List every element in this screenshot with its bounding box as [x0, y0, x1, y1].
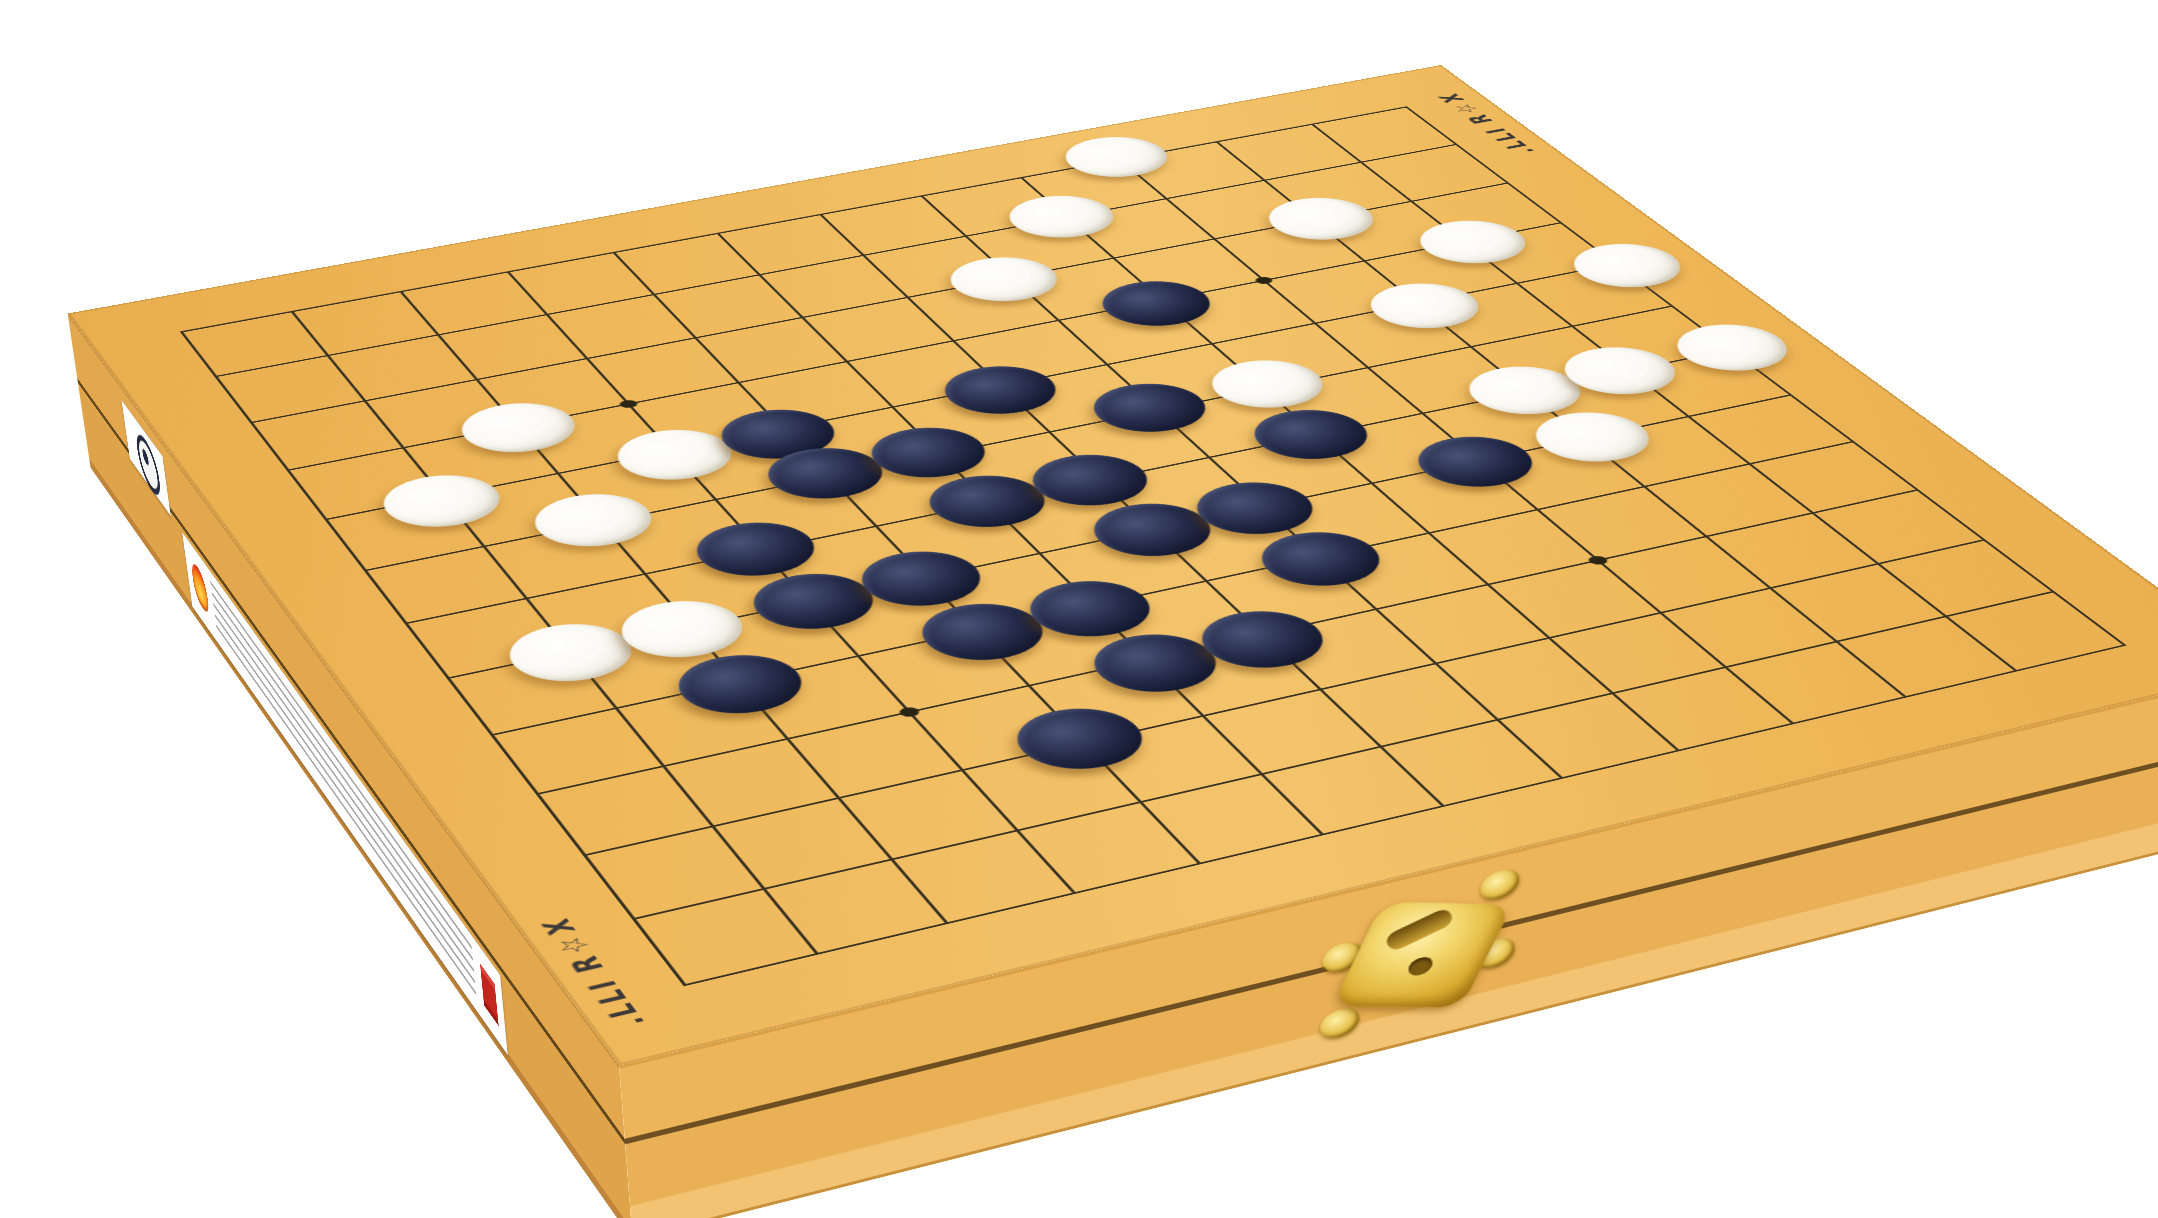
white-stone[interactable]	[1555, 237, 1699, 294]
white-stone[interactable]	[1516, 405, 1669, 470]
black-stone[interactable]	[1178, 474, 1332, 542]
grid-line	[716, 233, 1325, 836]
black-stone[interactable]	[680, 514, 832, 584]
go-grid	[68, 65, 1441, 314]
white-stone[interactable]	[369, 467, 516, 535]
clasp-rosette	[1320, 1005, 1360, 1042]
white-stone[interactable]	[605, 592, 761, 666]
grid-line	[1310, 124, 2018, 672]
black-stone[interactable]	[1011, 572, 1169, 645]
grid-line	[506, 271, 1076, 894]
product-photo-stage: .LLI R☆X .LLI R☆X	[0, 0, 2158, 1218]
white-stone[interactable]	[1352, 276, 1497, 335]
grid-line	[490, 441, 1855, 736]
black-stone[interactable]	[1076, 376, 1224, 440]
star-point	[1585, 555, 1610, 566]
white-stone[interactable]	[1402, 214, 1544, 270]
white-stone[interactable]	[934, 250, 1074, 308]
grid-line	[214, 144, 1458, 378]
flame-logo-icon	[190, 556, 210, 618]
black-stone[interactable]	[998, 699, 1163, 779]
grid-line	[535, 489, 1919, 795]
star-point	[897, 706, 923, 718]
white-stone[interactable]	[1658, 317, 1808, 378]
black-stone[interactable]	[736, 565, 891, 638]
black-stone[interactable]	[844, 543, 999, 615]
black-stone[interactable]	[1399, 429, 1553, 495]
black-stone[interactable]	[1236, 402, 1387, 467]
black-stone[interactable]	[1182, 602, 1343, 677]
black-stone[interactable]	[1075, 495, 1230, 564]
go-board-box: .LLI R☆X .LLI R☆X	[68, 65, 2158, 1065]
black-stone[interactable]	[904, 595, 1062, 669]
star-point	[617, 399, 640, 409]
white-stone[interactable]	[1049, 131, 1183, 184]
black-stone[interactable]	[661, 646, 820, 723]
grid-line	[612, 252, 1202, 865]
white-stone[interactable]	[993, 189, 1130, 244]
white-stone[interactable]	[1194, 353, 1342, 416]
grid-line	[180, 106, 1409, 332]
black-stone[interactable]	[1075, 625, 1237, 701]
red-stamp-icon	[480, 963, 499, 1026]
black-stone[interactable]	[1085, 274, 1228, 333]
white-stone[interactable]	[447, 395, 591, 460]
white-stone[interactable]	[519, 486, 668, 555]
black-stone[interactable]	[928, 359, 1074, 422]
white-stone[interactable]	[493, 615, 649, 690]
black-stone[interactable]	[1015, 447, 1166, 514]
clasp-rosette	[1480, 866, 1520, 904]
grid-line	[399, 291, 949, 925]
black-stone[interactable]	[1242, 524, 1400, 595]
white-stone[interactable]	[1252, 191, 1391, 246]
